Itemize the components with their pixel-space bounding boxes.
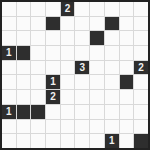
cell-white[interactable] [120,31,134,45]
cell-white[interactable] [105,120,119,134]
cell-white[interactable] [75,120,89,134]
cell-white[interactable] [105,2,119,16]
cell-white[interactable] [17,120,31,134]
cell-white[interactable] [75,17,89,31]
cell-white[interactable] [2,31,16,45]
cell-white[interactable] [90,17,104,31]
cell-white[interactable] [2,17,16,31]
cell-white[interactable] [120,17,134,31]
cell-white[interactable] [61,61,75,75]
cell-white[interactable] [31,90,45,104]
cell-black [31,105,45,119]
cell-white[interactable] [90,90,104,104]
cell-white[interactable] [134,105,148,119]
cell-white[interactable] [31,61,45,75]
cell-white[interactable] [46,105,60,119]
cell-white[interactable] [17,90,31,104]
cell-white[interactable] [17,17,31,31]
cell-white[interactable] [2,90,16,104]
cell-white[interactable] [31,17,45,31]
cell-white[interactable] [75,134,89,148]
cell-black [17,46,31,60]
cell-white[interactable] [31,120,45,134]
cell-white[interactable] [61,120,75,134]
cell-black [134,134,148,148]
cell-white[interactable] [90,120,104,134]
cell-white[interactable] [105,46,119,60]
cell-clue-2: 2 [61,2,75,16]
cell-white[interactable] [61,46,75,60]
cell-white[interactable] [31,46,45,60]
cell-white[interactable] [90,46,104,60]
cell-white[interactable] [31,2,45,16]
cell-white[interactable] [61,134,75,148]
cell-clue-1: 1 [2,46,16,60]
cell-white[interactable] [61,31,75,45]
cell-white[interactable] [134,31,148,45]
cell-white[interactable] [134,90,148,104]
cell-white[interactable] [134,75,148,89]
cell-white[interactable] [46,46,60,60]
cell-clue-2: 2 [46,90,60,104]
cell-black [120,75,134,89]
cell-white[interactable] [17,61,31,75]
cell-white[interactable] [75,2,89,16]
cell-white[interactable] [134,120,148,134]
cell-white[interactable] [105,31,119,45]
cell-white[interactable] [2,134,16,148]
cell-black [90,31,104,45]
cell-black [105,17,119,31]
cell-white[interactable] [90,61,104,75]
cell-white[interactable] [46,2,60,16]
cell-white[interactable] [120,2,134,16]
cell-white[interactable] [46,61,60,75]
cell-white[interactable] [120,134,134,148]
cell-black [46,17,60,31]
cell-white[interactable] [75,90,89,104]
cell-white[interactable] [46,134,60,148]
cell-clue-2: 2 [134,61,148,75]
cell-white[interactable] [61,17,75,31]
cell-clue-1: 1 [46,75,60,89]
cell-white[interactable] [90,2,104,16]
puzzle-board: 21321211 [0,0,150,150]
cell-white[interactable] [134,46,148,60]
cell-white[interactable] [31,134,45,148]
cell-clue-3: 3 [75,61,89,75]
cell-clue-1: 1 [2,105,16,119]
cell-white[interactable] [120,46,134,60]
cell-black [17,105,31,119]
cell-white[interactable] [105,75,119,89]
cell-white[interactable] [75,31,89,45]
cell-white[interactable] [134,2,148,16]
cell-white[interactable] [61,90,75,104]
cell-white[interactable] [46,120,60,134]
cell-white[interactable] [105,105,119,119]
cell-white[interactable] [17,2,31,16]
cell-white[interactable] [134,17,148,31]
cell-white[interactable] [90,134,104,148]
cell-white[interactable] [46,31,60,45]
cell-white[interactable] [75,105,89,119]
cell-white[interactable] [120,120,134,134]
cell-white[interactable] [120,105,134,119]
cell-clue-1: 1 [105,134,119,148]
cell-white[interactable] [61,105,75,119]
cell-white[interactable] [2,120,16,134]
cell-white[interactable] [17,31,31,45]
cell-white[interactable] [120,90,134,104]
cell-white[interactable] [105,90,119,104]
cell-white[interactable] [75,75,89,89]
cell-white[interactable] [2,2,16,16]
cell-white[interactable] [2,61,16,75]
cell-white[interactable] [75,46,89,60]
cell-white[interactable] [61,75,75,89]
cell-white[interactable] [31,75,45,89]
cell-white[interactable] [90,75,104,89]
cell-white[interactable] [17,134,31,148]
cell-white[interactable] [105,61,119,75]
cell-white[interactable] [17,75,31,89]
cell-white[interactable] [120,61,134,75]
cell-white[interactable] [2,75,16,89]
cell-white[interactable] [31,31,45,45]
cell-white[interactable] [90,105,104,119]
